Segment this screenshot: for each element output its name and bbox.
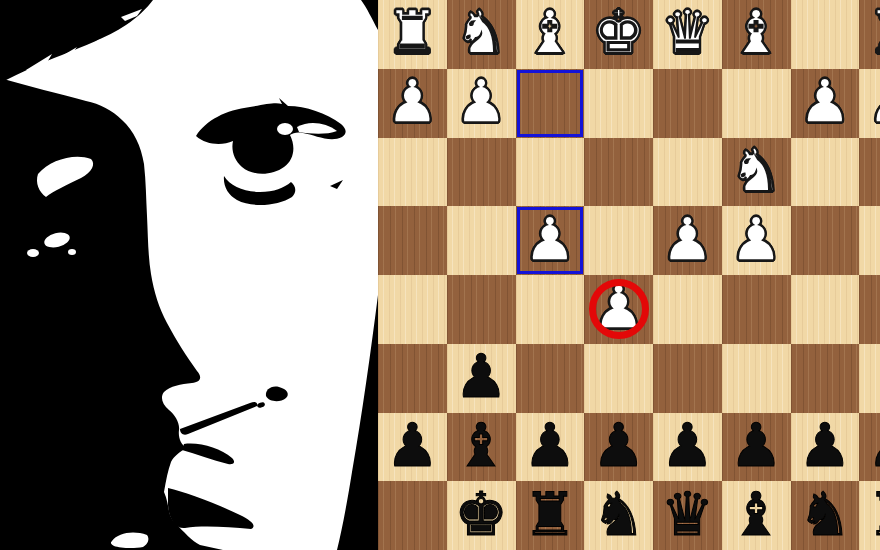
- square-a8[interactable]: ♜: [859, 481, 880, 550]
- square-b6[interactable]: [791, 344, 860, 413]
- piece-bP-b7[interactable]: ♟: [798, 415, 852, 475]
- square-b1[interactable]: [791, 0, 860, 69]
- square-c3[interactable]: ♞: [722, 138, 791, 207]
- piece-wQ-d1[interactable]: ♛: [660, 2, 714, 62]
- piece-bB-g7[interactable]: ♝: [454, 415, 508, 475]
- square-e6[interactable]: [584, 344, 653, 413]
- app-window: ♜♞♝♚♛♝♜♟♟♟♟♞♟♟♟♟♟♟♝♟♟♟♟♟♟♚♜♞♛♝♞♜: [0, 0, 880, 550]
- square-c2[interactable]: [722, 69, 791, 138]
- square-g4[interactable]: [447, 206, 516, 275]
- square-e2[interactable]: [584, 69, 653, 138]
- square-e7[interactable]: ♟: [584, 413, 653, 482]
- piece-bP-c7[interactable]: ♟: [729, 415, 783, 475]
- square-e8[interactable]: ♞: [584, 481, 653, 550]
- square-h8[interactable]: [378, 481, 447, 550]
- square-g5[interactable]: [447, 275, 516, 344]
- square-a2[interactable]: ♟: [859, 69, 880, 138]
- piece-wR-a1[interactable]: ♜: [867, 2, 880, 62]
- piece-bR-f8[interactable]: ♜: [523, 484, 577, 544]
- piece-wP-g2[interactable]: ♟: [454, 71, 508, 131]
- piece-wB-c1[interactable]: ♝: [729, 2, 783, 62]
- square-h4[interactable]: [378, 206, 447, 275]
- square-g7[interactable]: ♝: [447, 413, 516, 482]
- square-g2[interactable]: ♟: [447, 69, 516, 138]
- piece-bP-g6[interactable]: ♟: [454, 346, 508, 406]
- square-h1[interactable]: ♜: [378, 0, 447, 69]
- square-b4[interactable]: [791, 206, 860, 275]
- chess-board: ♜♞♝♚♛♝♜♟♟♟♟♞♟♟♟♟♟♟♝♟♟♟♟♟♟♚♜♞♛♝♞♜: [378, 0, 880, 550]
- square-c4[interactable]: ♟: [722, 206, 791, 275]
- square-a3[interactable]: [859, 138, 880, 207]
- square-g1[interactable]: ♞: [447, 0, 516, 69]
- portrait-cheek-speck-2: [27, 249, 39, 257]
- piece-bN-b8[interactable]: ♞: [798, 484, 852, 544]
- square-f7[interactable]: ♟: [516, 413, 585, 482]
- square-h3[interactable]: [378, 138, 447, 207]
- piece-bB-c8[interactable]: ♝: [729, 484, 783, 544]
- piece-wB-f1[interactable]: ♝: [523, 2, 577, 62]
- square-a5[interactable]: [859, 275, 880, 344]
- last-move-highlight-f2: [517, 70, 584, 137]
- square-d4[interactable]: ♟: [653, 206, 722, 275]
- square-h5[interactable]: [378, 275, 447, 344]
- square-g8[interactable]: ♚: [447, 481, 516, 550]
- piece-bP-a7[interactable]: ♟: [867, 415, 880, 475]
- piece-wP-f4[interactable]: ♟: [523, 209, 577, 269]
- square-c1[interactable]: ♝: [722, 0, 791, 69]
- piece-bP-e7[interactable]: ♟: [592, 415, 646, 475]
- piece-wP-a2[interactable]: ♟: [867, 71, 880, 131]
- square-g3[interactable]: [447, 138, 516, 207]
- piece-bR-a8[interactable]: ♜: [867, 484, 880, 544]
- square-f6[interactable]: [516, 344, 585, 413]
- square-f1[interactable]: ♝: [516, 0, 585, 69]
- square-b2[interactable]: ♟: [791, 69, 860, 138]
- portrait-panel: [0, 0, 378, 550]
- piece-bP-f7[interactable]: ♟: [523, 415, 577, 475]
- square-f5[interactable]: [516, 275, 585, 344]
- square-h7[interactable]: ♟: [378, 413, 447, 482]
- square-b7[interactable]: ♟: [791, 413, 860, 482]
- piece-wP-e5[interactable]: ♟: [592, 277, 646, 337]
- square-a6[interactable]: [859, 344, 880, 413]
- piece-wP-d4[interactable]: ♟: [660, 209, 714, 269]
- square-b5[interactable]: [791, 275, 860, 344]
- piece-bP-d7[interactable]: ♟: [660, 415, 714, 475]
- square-f4[interactable]: ♟: [516, 206, 585, 275]
- square-h2[interactable]: ♟: [378, 69, 447, 138]
- square-c6[interactable]: [722, 344, 791, 413]
- piece-bN-e8[interactable]: ♞: [592, 484, 646, 544]
- piece-wP-c4[interactable]: ♟: [729, 209, 783, 269]
- piece-bQ-d8[interactable]: ♛: [660, 484, 714, 544]
- piece-wP-b2[interactable]: ♟: [798, 71, 852, 131]
- piece-wP-h2[interactable]: ♟: [385, 71, 439, 131]
- square-g6[interactable]: ♟: [447, 344, 516, 413]
- square-a4[interactable]: [859, 206, 880, 275]
- piece-bK-g8[interactable]: ♚: [454, 484, 508, 544]
- board-panel: ♜♞♝♚♛♝♜♟♟♟♟♞♟♟♟♟♟♟♝♟♟♟♟♟♟♚♜♞♛♝♞♜: [378, 0, 880, 550]
- square-d3[interactable]: [653, 138, 722, 207]
- square-d1[interactable]: ♛: [653, 0, 722, 69]
- square-c5[interactable]: [722, 275, 791, 344]
- square-d7[interactable]: ♟: [653, 413, 722, 482]
- portrait-cheek-speck-3: [68, 249, 76, 255]
- portrait-eye-glint: [277, 123, 293, 135]
- square-d6[interactable]: [653, 344, 722, 413]
- square-f3[interactable]: [516, 138, 585, 207]
- square-h6[interactable]: [378, 344, 447, 413]
- square-e5[interactable]: ♟: [584, 275, 653, 344]
- piece-wR-h1[interactable]: ♜: [385, 2, 439, 62]
- square-f2[interactable]: [516, 69, 585, 138]
- square-e4[interactable]: [584, 206, 653, 275]
- piece-wN-c3[interactable]: ♞: [729, 140, 783, 200]
- piece-wK-e1[interactable]: ♚: [592, 2, 646, 62]
- square-d5[interactable]: [653, 275, 722, 344]
- square-f8[interactable]: ♜: [516, 481, 585, 550]
- square-a7[interactable]: ♟: [859, 413, 880, 482]
- square-a1[interactable]: ♜: [859, 0, 880, 69]
- square-b8[interactable]: ♞: [791, 481, 860, 550]
- square-d8[interactable]: ♛: [653, 481, 722, 550]
- piece-bP-h7[interactable]: ♟: [385, 415, 439, 475]
- square-c8[interactable]: ♝: [722, 481, 791, 550]
- square-e3[interactable]: [584, 138, 653, 207]
- square-c7[interactable]: ♟: [722, 413, 791, 482]
- square-d2[interactable]: [653, 69, 722, 138]
- piece-wN-g1[interactable]: ♞: [454, 2, 508, 62]
- stencil-portrait-illustration: [0, 0, 378, 550]
- square-b3[interactable]: [791, 138, 860, 207]
- square-e1[interactable]: ♚: [584, 0, 653, 69]
